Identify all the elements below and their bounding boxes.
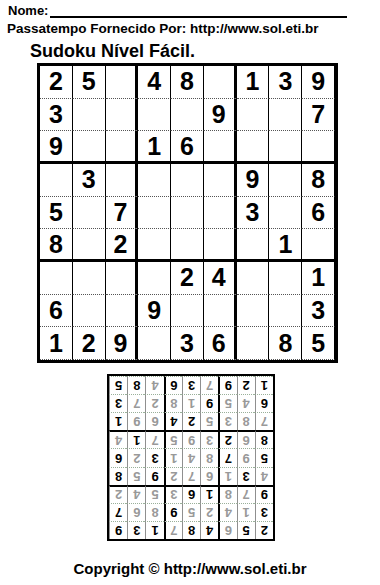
puzzle-cell[interactable] — [237, 295, 270, 328]
puzzle-cell[interactable]: 3 — [171, 327, 204, 360]
solution-cell: 4 — [182, 448, 200, 466]
puzzle-cell[interactable]: 9 — [204, 99, 237, 132]
puzzle-cell[interactable]: 1 — [40, 327, 73, 360]
puzzle-cell[interactable]: 6 — [204, 327, 237, 360]
puzzle-cell[interactable] — [269, 262, 302, 295]
puzzle-cell[interactable] — [204, 229, 237, 262]
solution-cell: 5 — [164, 430, 182, 448]
solution-cell: 8 — [127, 376, 145, 394]
solution-cell: 3 — [200, 430, 218, 448]
puzzle-cell[interactable]: 7 — [302, 99, 335, 132]
solution-cell: 9 — [145, 467, 163, 485]
puzzle-cell[interactable]: 8 — [40, 229, 73, 262]
sudoku-puzzle-grid: 254813939791639857368212416931293685 — [37, 63, 338, 363]
solution-cell: 2 — [200, 503, 218, 521]
solution-cell: 4 — [255, 467, 273, 485]
solution-cell: 6 — [127, 503, 145, 521]
page-title: Sudoku Nível Fácil. — [30, 41, 195, 62]
solution-cell: 8 — [218, 485, 236, 503]
solution-cell: 3 — [182, 376, 200, 394]
solution-cell: 3 — [237, 467, 255, 485]
solution-cell: 5 — [200, 412, 218, 430]
solution-cell: 7 — [218, 448, 236, 466]
solution-cell: 2 — [164, 467, 182, 485]
solution-cell: 1 — [164, 448, 182, 466]
puzzle-cell[interactable]: 2 — [40, 66, 73, 99]
puzzle-cell[interactable]: 4 — [138, 66, 171, 99]
solution-cell: 5 — [145, 485, 163, 503]
solution-cell: 3 — [145, 448, 163, 466]
puzzle-cell[interactable] — [269, 164, 302, 197]
puzzle-cell[interactable] — [171, 229, 204, 262]
solution-cell: 1 — [200, 485, 218, 503]
puzzle-cell[interactable]: 8 — [269, 327, 302, 360]
puzzle-cell[interactable] — [237, 229, 270, 262]
solution-cell: 9 — [164, 503, 182, 521]
solution-cell: 7 — [109, 503, 127, 521]
solution-cell: 8 — [237, 412, 255, 430]
puzzle-cell[interactable] — [237, 327, 270, 360]
puzzle-cell[interactable] — [40, 164, 73, 197]
solution-cell: 8 — [255, 430, 273, 448]
puzzle-cell[interactable] — [171, 164, 204, 197]
solution-cell: 3 — [255, 503, 273, 521]
solution-cell: 7 — [127, 394, 145, 412]
puzzle-cell[interactable]: 9 — [106, 327, 139, 360]
solution-cell: 9 — [218, 376, 236, 394]
solution-cell: 5 — [109, 376, 127, 394]
solution-cell: 6 — [237, 430, 255, 448]
puzzle-cell[interactable] — [269, 99, 302, 132]
puzzle-cell[interactable] — [204, 197, 237, 230]
solution-cell: 8 — [109, 467, 127, 485]
puzzle-cell[interactable] — [73, 262, 106, 295]
solution-cell: 1 — [127, 430, 145, 448]
puzzle-cell[interactable] — [138, 229, 171, 262]
solution-cell: 6 — [164, 376, 182, 394]
solution-cell: 6 — [200, 467, 218, 485]
solution-cell: 2 — [127, 448, 145, 466]
solution-cell: 2 — [218, 430, 236, 448]
name-blank-line[interactable] — [50, 3, 347, 18]
solution-cell: 8 — [164, 394, 182, 412]
puzzle-cell[interactable] — [269, 131, 302, 164]
puzzle-cell[interactable] — [106, 99, 139, 132]
solution-cell: 3 — [109, 394, 127, 412]
sudoku-solution-grid-rotated: 2564871393142598679781635424316729585978… — [107, 374, 275, 541]
solution-cell: 2 — [145, 394, 163, 412]
puzzle-cell[interactable]: 1 — [302, 262, 335, 295]
puzzle-cell[interactable] — [73, 197, 106, 230]
solution-cell: 5 — [218, 394, 236, 412]
puzzle-cell[interactable] — [138, 327, 171, 360]
puzzle-cell[interactable] — [138, 262, 171, 295]
puzzle-cell[interactable]: 2 — [73, 327, 106, 360]
puzzle-cell[interactable]: 6 — [40, 295, 73, 328]
puzzle-cell[interactable]: 8 — [302, 164, 335, 197]
worksheet-page: Nome: Passatempo Fornecido Por: http://w… — [0, 0, 380, 585]
puzzle-cell[interactable] — [204, 295, 237, 328]
puzzle-cell[interactable]: 9 — [40, 131, 73, 164]
solution-cell: 9 — [182, 430, 200, 448]
puzzle-cell[interactable] — [204, 131, 237, 164]
solution-cell: 7 — [182, 467, 200, 485]
solution-cell: 2 — [237, 376, 255, 394]
solution-cell: 1 — [218, 467, 236, 485]
puzzle-cell[interactable] — [204, 164, 237, 197]
puzzle-cell[interactable] — [138, 99, 171, 132]
solution-cell: 8 — [200, 448, 218, 466]
copyright-text: Copyright © http://www.sol.eti.br — [0, 560, 380, 577]
solution-cell: 4 — [237, 394, 255, 412]
solution-cell: 6 — [255, 394, 273, 412]
solution-cell: 5 — [182, 503, 200, 521]
puzzle-cell[interactable]: 8 — [171, 66, 204, 99]
puzzle-cell[interactable]: 1 — [269, 229, 302, 262]
puzzle-cell[interactable]: 2 — [106, 229, 139, 262]
solution-cell: 5 — [255, 448, 273, 466]
provider-text: Passatempo Fornecido Por: http://www.sol… — [7, 21, 319, 36]
puzzle-cell[interactable] — [302, 131, 335, 164]
solution-cell: 6 — [145, 412, 163, 430]
puzzle-cell[interactable]: 1 — [138, 131, 171, 164]
puzzle-cell[interactable] — [73, 229, 106, 262]
solution-cell: 3 — [218, 412, 236, 430]
solution-cell: 4 — [145, 376, 163, 394]
solution-cell: 1 — [182, 394, 200, 412]
solution-cell: 1 — [109, 412, 127, 430]
puzzle-cell[interactable]: 2 — [171, 262, 204, 295]
puzzle-cell[interactable] — [302, 229, 335, 262]
puzzle-cell[interactable]: 3 — [302, 295, 335, 328]
solution-cell: 4 — [127, 485, 145, 503]
solution-cell: 7 — [200, 376, 218, 394]
puzzle-cell[interactable]: 6 — [302, 197, 335, 230]
puzzle-cell[interactable]: 5 — [73, 66, 106, 99]
puzzle-cell[interactable] — [237, 99, 270, 132]
puzzle-cell[interactable] — [106, 164, 139, 197]
solution-cell: 1 — [255, 376, 273, 394]
solution-cell: 3 — [164, 485, 182, 503]
solution-cell: 3 — [127, 521, 145, 539]
solution-cell: 1 — [237, 503, 255, 521]
solution-cell: 7 — [255, 412, 273, 430]
puzzle-cell[interactable]: 1 — [237, 66, 270, 99]
puzzle-cell[interactable]: 9 — [302, 66, 335, 99]
puzzle-cell[interactable] — [237, 131, 270, 164]
solution-cell: 5 — [237, 521, 255, 539]
solution-cell: 7 — [164, 521, 182, 539]
solution-cell: 5 — [127, 467, 145, 485]
solution-cell: 9 — [200, 394, 218, 412]
puzzle-cell[interactable]: 5 — [302, 327, 335, 360]
puzzle-cell[interactable] — [106, 295, 139, 328]
puzzle-cell[interactable] — [138, 164, 171, 197]
solution-cell: 6 — [218, 521, 236, 539]
solution-cell: 2 — [255, 521, 273, 539]
puzzle-cell[interactable]: 3 — [73, 164, 106, 197]
puzzle-cell[interactable]: 3 — [40, 99, 73, 132]
puzzle-cell[interactable] — [73, 131, 106, 164]
solution-cell: 4 — [164, 412, 182, 430]
puzzle-cell[interactable] — [204, 66, 237, 99]
puzzle-cell[interactable] — [237, 262, 270, 295]
puzzle-cell[interactable]: 9 — [138, 295, 171, 328]
solution-cell: 4 — [200, 521, 218, 539]
puzzle-cell[interactable]: 3 — [237, 197, 270, 230]
puzzle-cell[interactable]: 9 — [237, 164, 270, 197]
solution-cell: 9 — [237, 448, 255, 466]
solution-cell: 7 — [145, 430, 163, 448]
puzzle-cell[interactable] — [171, 197, 204, 230]
puzzle-cell[interactable]: 4 — [204, 262, 237, 295]
solution-cell: 2 — [109, 485, 127, 503]
solution-cell: 4 — [218, 503, 236, 521]
puzzle-cell[interactable] — [138, 197, 171, 230]
name-label: Nome: — [8, 3, 48, 18]
solution-cell: 9 — [127, 412, 145, 430]
puzzle-cell[interactable]: 3 — [269, 66, 302, 99]
solution-cell: 9 — [255, 485, 273, 503]
solution-cell: 6 — [109, 448, 127, 466]
puzzle-cell[interactable] — [171, 99, 204, 132]
puzzle-cell[interactable]: 6 — [171, 131, 204, 164]
solution-cell: 1 — [145, 521, 163, 539]
puzzle-cell[interactable] — [269, 295, 302, 328]
solution-cell: 9 — [109, 521, 127, 539]
name-row: Nome: — [8, 3, 347, 18]
puzzle-cell[interactable] — [171, 295, 204, 328]
puzzle-cell[interactable]: 7 — [106, 197, 139, 230]
puzzle-cell[interactable] — [106, 262, 139, 295]
puzzle-cell[interactable] — [73, 99, 106, 132]
puzzle-cell[interactable]: 5 — [40, 197, 73, 230]
solution-cell: 7 — [237, 485, 255, 503]
solution-cell: 2 — [182, 412, 200, 430]
solution-cell: 4 — [109, 430, 127, 448]
puzzle-cell[interactable] — [106, 66, 139, 99]
puzzle-cell[interactable] — [40, 262, 73, 295]
solution-cell: 8 — [145, 503, 163, 521]
solution-cell: 6 — [182, 485, 200, 503]
puzzle-cell[interactable] — [73, 295, 106, 328]
puzzle-cell[interactable] — [106, 131, 139, 164]
solution-cell: 8 — [182, 521, 200, 539]
puzzle-cell[interactable] — [269, 197, 302, 230]
